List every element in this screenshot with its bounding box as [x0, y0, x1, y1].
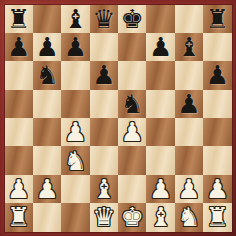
- square-b1[interactable]: [33, 203, 61, 231]
- black-knight[interactable]: ♞: [35, 61, 58, 89]
- square-g3[interactable]: [175, 146, 203, 174]
- square-e3[interactable]: [118, 146, 146, 174]
- white-pawn[interactable]: ♟: [35, 175, 58, 203]
- square-g6[interactable]: [175, 61, 203, 89]
- black-king[interactable]: ♚: [121, 5, 144, 33]
- square-a1[interactable]: ♜: [5, 203, 33, 231]
- black-pawn[interactable]: ♟: [35, 33, 58, 61]
- square-e7[interactable]: [118, 33, 146, 61]
- black-pawn[interactable]: ♟: [149, 33, 172, 61]
- square-g2[interactable]: ♟: [175, 175, 203, 203]
- square-e6[interactable]: [118, 61, 146, 89]
- square-c4[interactable]: ♟: [61, 118, 89, 146]
- square-b7[interactable]: ♟: [33, 33, 61, 61]
- square-e4[interactable]: ♟: [118, 118, 146, 146]
- square-a7[interactable]: ♟: [5, 33, 33, 61]
- square-d6[interactable]: ♟: [90, 61, 118, 89]
- square-c5[interactable]: [61, 90, 89, 118]
- square-c2[interactable]: [61, 175, 89, 203]
- square-h5[interactable]: [203, 90, 231, 118]
- square-h7[interactable]: [203, 33, 231, 61]
- white-pawn[interactable]: ♟: [206, 175, 229, 203]
- black-rook[interactable]: ♜: [206, 5, 229, 33]
- square-g5[interactable]: ♟: [175, 90, 203, 118]
- square-c6[interactable]: [61, 61, 89, 89]
- square-b8[interactable]: [33, 5, 61, 33]
- square-f5[interactable]: [146, 90, 174, 118]
- square-c3[interactable]: ♞: [61, 146, 89, 174]
- white-pawn[interactable]: ♟: [177, 175, 200, 203]
- square-b2[interactable]: ♟: [33, 175, 61, 203]
- square-a3[interactable]: [5, 146, 33, 174]
- square-b3[interactable]: [33, 146, 61, 174]
- black-bishop[interactable]: ♝: [177, 33, 200, 61]
- square-h2[interactable]: ♟: [203, 175, 231, 203]
- white-rook[interactable]: ♜: [7, 203, 30, 231]
- square-d2[interactable]: ♝: [90, 175, 118, 203]
- white-king[interactable]: ♚: [121, 203, 144, 231]
- chess-board: ♜♝♛♚♜♟♟♟♟♝♞♟♟♞♟♟♟♞♟♟♝♟♟♟♜♛♚♝♞♜: [5, 5, 232, 232]
- black-pawn[interactable]: ♟: [7, 33, 30, 61]
- square-e2[interactable]: [118, 175, 146, 203]
- black-knight[interactable]: ♞: [121, 90, 144, 118]
- square-a4[interactable]: [5, 118, 33, 146]
- square-a5[interactable]: [5, 90, 33, 118]
- white-rook[interactable]: ♜: [206, 203, 229, 231]
- square-b4[interactable]: [33, 118, 61, 146]
- square-h3[interactable]: [203, 146, 231, 174]
- white-pawn[interactable]: ♟: [7, 175, 30, 203]
- square-d3[interactable]: [90, 146, 118, 174]
- square-b5[interactable]: [33, 90, 61, 118]
- black-pawn[interactable]: ♟: [64, 33, 87, 61]
- square-f3[interactable]: [146, 146, 174, 174]
- square-a6[interactable]: [5, 61, 33, 89]
- square-f7[interactable]: ♟: [146, 33, 174, 61]
- square-c8[interactable]: ♝: [61, 5, 89, 33]
- square-g1[interactable]: ♞: [175, 203, 203, 231]
- square-g7[interactable]: ♝: [175, 33, 203, 61]
- white-bishop[interactable]: ♝: [92, 175, 115, 203]
- square-h6[interactable]: ♟: [203, 61, 231, 89]
- square-d5[interactable]: [90, 90, 118, 118]
- chess-board-frame: ♜♝♛♚♜♟♟♟♟♝♞♟♟♞♟♟♟♞♟♟♝♟♟♟♜♛♚♝♞♜: [0, 0, 236, 236]
- white-pawn[interactable]: ♟: [121, 118, 144, 146]
- white-pawn[interactable]: ♟: [64, 118, 87, 146]
- black-pawn[interactable]: ♟: [177, 90, 200, 118]
- square-f6[interactable]: [146, 61, 174, 89]
- square-b6[interactable]: ♞: [33, 61, 61, 89]
- white-knight[interactable]: ♞: [64, 147, 87, 175]
- square-h1[interactable]: ♜: [203, 203, 231, 231]
- black-queen[interactable]: ♛: [92, 5, 115, 33]
- square-f8[interactable]: [146, 5, 174, 33]
- black-pawn[interactable]: ♟: [206, 61, 229, 89]
- square-f1[interactable]: ♝: [146, 203, 174, 231]
- square-f4[interactable]: [146, 118, 174, 146]
- square-g8[interactable]: [175, 5, 203, 33]
- white-pawn[interactable]: ♟: [149, 175, 172, 203]
- square-f2[interactable]: ♟: [146, 175, 174, 203]
- black-pawn[interactable]: ♟: [92, 61, 115, 89]
- square-d7[interactable]: [90, 33, 118, 61]
- square-e1[interactable]: ♚: [118, 203, 146, 231]
- black-rook[interactable]: ♜: [7, 5, 30, 33]
- square-h4[interactable]: [203, 118, 231, 146]
- square-d1[interactable]: ♛: [90, 203, 118, 231]
- square-c7[interactable]: ♟: [61, 33, 89, 61]
- square-c1[interactable]: [61, 203, 89, 231]
- square-d8[interactable]: ♛: [90, 5, 118, 33]
- white-bishop[interactable]: ♝: [149, 203, 172, 231]
- square-e8[interactable]: ♚: [118, 5, 146, 33]
- square-d4[interactable]: [90, 118, 118, 146]
- square-a8[interactable]: ♜: [5, 5, 33, 33]
- square-e5[interactable]: ♞: [118, 90, 146, 118]
- square-g4[interactable]: [175, 118, 203, 146]
- black-bishop[interactable]: ♝: [64, 5, 87, 33]
- white-knight[interactable]: ♞: [177, 203, 200, 231]
- square-a2[interactable]: ♟: [5, 175, 33, 203]
- white-queen[interactable]: ♛: [92, 203, 115, 231]
- square-h8[interactable]: ♜: [203, 5, 231, 33]
